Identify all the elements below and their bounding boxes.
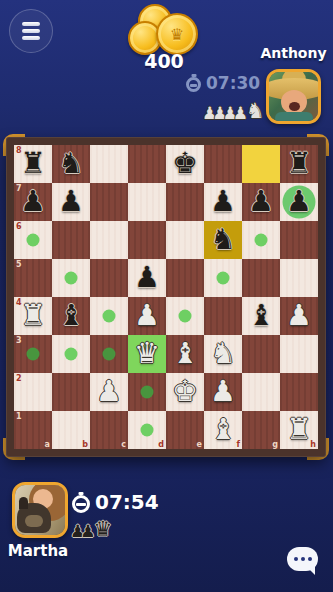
piece-white-pawn: ♟ <box>134 301 160 330</box>
square-b7[interactable]: ♟ <box>52 183 90 221</box>
piece-black-bishop: ♝ <box>248 301 274 330</box>
chat-button[interactable] <box>287 547 318 571</box>
piece-white-knight: ♞ <box>210 339 236 368</box>
square-c8[interactable] <box>90 145 128 183</box>
square-d7[interactable] <box>128 183 166 221</box>
square-a6[interactable]: 6 <box>14 221 52 259</box>
piece-black-rook: ♜ <box>286 149 312 178</box>
opponent-timer: 07:30 <box>186 73 260 93</box>
stopwatch-icon <box>72 495 90 513</box>
chess-board: 8♜♞♚♜7♟♟♟♟♟6♞5♟4♜♝♟♝♟3♛♝♞2♟♚♟1abcdef♝gh♜ <box>6 137 326 457</box>
rank-label: 7 <box>16 184 22 193</box>
piece-white-king: ♚ <box>172 377 198 406</box>
square-f2[interactable]: ♟ <box>204 373 242 411</box>
piece-white-queen: ♛ <box>134 339 160 368</box>
player-timer: 07:54 <box>72 490 159 514</box>
file-label: h <box>310 440 316 449</box>
rank-label: 4 <box>16 298 22 307</box>
file-label: d <box>158 440 164 449</box>
stopwatch-icon <box>186 77 201 92</box>
square-f8[interactable] <box>204 145 242 183</box>
square-g5[interactable] <box>242 259 280 297</box>
square-d6[interactable] <box>128 221 166 259</box>
square-f7[interactable]: ♟ <box>204 183 242 221</box>
piece-white-pawn: ♟ <box>96 377 122 406</box>
square-e2[interactable]: ♚ <box>166 373 204 411</box>
move-dot <box>179 310 192 323</box>
square-g6[interactable] <box>242 221 280 259</box>
move-dot <box>103 348 116 361</box>
piece-black-knight: ♞ <box>210 225 236 254</box>
square-b2[interactable] <box>52 373 90 411</box>
move-dot <box>217 272 230 285</box>
square-f6[interactable]: ♞ <box>204 221 242 259</box>
square-c6[interactable] <box>90 221 128 259</box>
square-g2[interactable] <box>242 373 280 411</box>
square-h6[interactable] <box>280 221 318 259</box>
square-a3[interactable]: 3 <box>14 335 52 373</box>
captured-piece: ♛ <box>94 519 113 540</box>
square-b4[interactable]: ♝ <box>52 297 90 335</box>
piece-black-king: ♚ <box>172 149 198 178</box>
square-a8[interactable]: 8♜ <box>14 145 52 183</box>
square-c7[interactable] <box>90 183 128 221</box>
square-e3[interactable]: ♝ <box>166 335 204 373</box>
piece-black-pawn: ♟ <box>210 187 236 216</box>
square-g3[interactable] <box>242 335 280 373</box>
move-dot <box>141 386 154 399</box>
square-c1[interactable]: c <box>90 411 128 449</box>
square-d8[interactable] <box>128 145 166 183</box>
rank-label: 6 <box>16 222 22 231</box>
square-a7[interactable]: 7♟ <box>14 183 52 221</box>
move-dot <box>255 234 268 247</box>
piece-black-pawn: ♟ <box>286 187 312 216</box>
square-b8[interactable]: ♞ <box>52 145 90 183</box>
rank-label: 3 <box>16 336 22 345</box>
piece-black-pawn: ♟ <box>248 187 274 216</box>
move-dot <box>141 424 154 437</box>
player-name: Martha <box>0 542 76 560</box>
square-e6[interactable] <box>166 221 204 259</box>
piece-black-knight: ♞ <box>58 149 84 178</box>
piece-white-bishop: ♝ <box>172 339 198 368</box>
square-c2[interactable]: ♟ <box>90 373 128 411</box>
piece-white-rook: ♜ <box>286 415 312 444</box>
square-g7[interactable]: ♟ <box>242 183 280 221</box>
coins-icon: ♛ <box>128 4 200 52</box>
opponent-captured-pieces: ♟♟♟♟♞ <box>202 96 260 122</box>
square-h3[interactable] <box>280 335 318 373</box>
square-f3[interactable]: ♞ <box>204 335 242 373</box>
file-label: a <box>45 440 50 449</box>
rank-label: 8 <box>16 146 22 155</box>
piece-white-pawn: ♟ <box>210 377 236 406</box>
square-h4[interactable]: ♟ <box>280 297 318 335</box>
square-e8[interactable]: ♚ <box>166 145 204 183</box>
square-b3[interactable] <box>52 335 90 373</box>
square-c3[interactable] <box>90 335 128 373</box>
square-h7[interactable]: ♟ <box>280 183 318 221</box>
menu-button[interactable] <box>9 9 53 53</box>
opponent-name: Anthony <box>246 45 333 61</box>
piece-white-pawn: ♟ <box>286 301 312 330</box>
move-dot <box>27 348 40 361</box>
move-dot <box>103 310 116 323</box>
piece-black-pawn: ♟ <box>134 263 160 292</box>
hamburger-icon <box>22 22 40 26</box>
move-dot <box>27 234 40 247</box>
square-f4[interactable] <box>204 297 242 335</box>
player-avatar[interactable] <box>12 482 68 538</box>
square-h1[interactable]: h♜ <box>280 411 318 449</box>
square-a4[interactable]: 4♜ <box>14 297 52 335</box>
square-e5[interactable] <box>166 259 204 297</box>
chat-bubble-icon <box>287 547 318 571</box>
file-label: b <box>82 440 88 449</box>
square-e7[interactable] <box>166 183 204 221</box>
square-g8[interactable] <box>242 145 280 183</box>
square-c5[interactable] <box>90 259 128 297</box>
player-time: 07:54 <box>95 490 159 514</box>
captured-piece: ♞ <box>246 101 265 122</box>
piece-black-pawn: ♟ <box>58 187 84 216</box>
board-grid: 8♜♞♚♜7♟♟♟♟♟6♞5♟4♜♝♟♝♟3♛♝♞2♟♚♟1abcdef♝gh♜ <box>14 145 318 449</box>
square-a2[interactable]: 2 <box>14 373 52 411</box>
move-dot <box>65 272 78 285</box>
square-e1[interactable]: e <box>166 411 204 449</box>
square-b1[interactable]: b <box>52 411 90 449</box>
square-h8[interactable]: ♜ <box>280 145 318 183</box>
opponent-time: 07:30 <box>206 73 260 93</box>
square-d2[interactable] <box>128 373 166 411</box>
coin-balance: 400 <box>118 50 210 72</box>
square-c4[interactable] <box>90 297 128 335</box>
square-f1[interactable]: f♝ <box>204 411 242 449</box>
square-f5[interactable] <box>204 259 242 297</box>
opponent-avatar[interactable] <box>266 69 321 124</box>
square-a5[interactable]: 5 <box>14 259 52 297</box>
file-label: f <box>237 440 240 449</box>
square-g4[interactable]: ♝ <box>242 297 280 335</box>
coin-crown-icon: ♛ <box>170 25 184 44</box>
rank-label: 5 <box>16 260 22 269</box>
rank-label: 1 <box>16 412 22 421</box>
piece-black-pawn: ♟ <box>20 187 46 216</box>
player-captured-pieces: ♟♟♛ <box>70 514 107 540</box>
piece-black-rook: ♜ <box>20 149 46 178</box>
square-d1[interactable]: d <box>128 411 166 449</box>
rank-label: 2 <box>16 374 22 383</box>
chess-app-screen: ♛ 400 Anthony 07:30 ♟♟♟♟♞ 8♜♞♚♜7♟♟♟♟♟6♞5… <box>0 0 333 592</box>
file-label: c <box>121 440 126 449</box>
square-g1[interactable]: g <box>242 411 280 449</box>
move-dot <box>65 348 78 361</box>
square-h2[interactable] <box>280 373 318 411</box>
file-label: g <box>272 440 278 449</box>
square-h5[interactable] <box>280 259 318 297</box>
file-label: e <box>197 440 202 449</box>
piece-white-bishop: ♝ <box>210 415 236 444</box>
piece-black-bishop: ♝ <box>58 301 84 330</box>
square-a1[interactable]: 1a <box>14 411 52 449</box>
square-b5[interactable] <box>52 259 90 297</box>
square-d3[interactable]: ♛ <box>128 335 166 373</box>
square-d5[interactable]: ♟ <box>128 259 166 297</box>
piece-white-rook: ♜ <box>20 301 46 330</box>
square-e4[interactable] <box>166 297 204 335</box>
square-b6[interactable] <box>52 221 90 259</box>
square-d4[interactable]: ♟ <box>128 297 166 335</box>
